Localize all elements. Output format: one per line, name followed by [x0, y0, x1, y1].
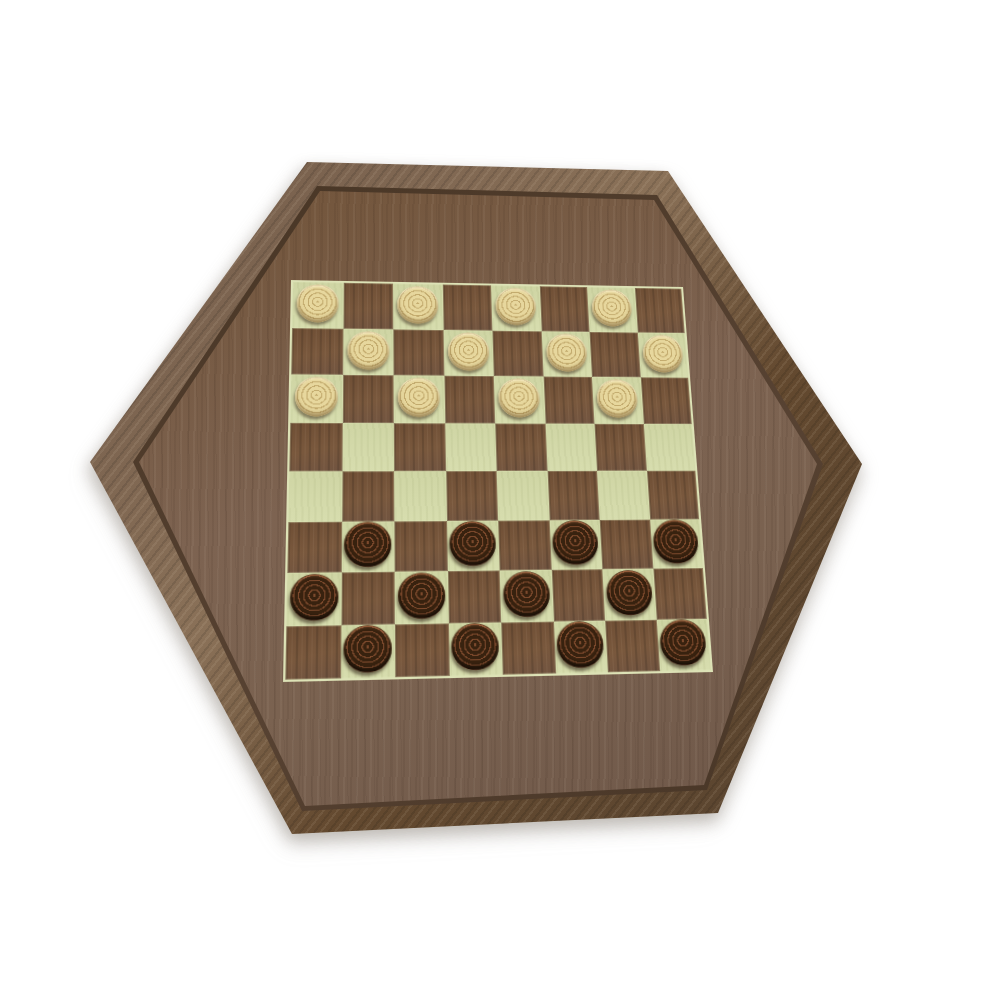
board-square[interactable] [342, 471, 395, 521]
board-square[interactable] [597, 471, 650, 520]
board-square[interactable] [594, 423, 646, 471]
board-square[interactable] [394, 375, 445, 423]
checker-piece-dark[interactable] [398, 572, 445, 618]
board-square[interactable] [446, 471, 498, 520]
board-square[interactable] [640, 377, 691, 423]
board-square[interactable] [646, 471, 699, 519]
board-square[interactable] [395, 571, 449, 624]
checker-piece-dark[interactable] [653, 520, 700, 564]
checker-piece-light[interactable] [448, 332, 490, 370]
checker-piece-light[interactable] [297, 285, 339, 323]
board-square[interactable] [289, 422, 342, 471]
board-square[interactable] [541, 331, 592, 377]
board-square[interactable] [288, 471, 342, 521]
board-square[interactable] [341, 624, 396, 679]
checker-piece-light[interactable] [398, 286, 439, 324]
board-square[interactable] [549, 519, 602, 569]
board-square[interactable] [587, 287, 637, 332]
board-square[interactable] [442, 285, 492, 331]
checker-piece-dark[interactable] [450, 521, 497, 566]
board-square[interactable] [341, 521, 394, 573]
board-square[interactable] [341, 572, 395, 625]
hexagonal-table [0, 0, 1000, 1000]
board-square[interactable] [494, 376, 545, 423]
checker-piece-dark[interactable] [552, 521, 599, 565]
board-square[interactable] [539, 286, 589, 331]
board-square[interactable] [553, 620, 607, 673]
board-square[interactable] [343, 328, 394, 375]
checker-piece-dark[interactable] [345, 522, 392, 567]
board-square[interactable] [643, 424, 695, 471]
board-square[interactable] [285, 625, 341, 680]
scene [0, 0, 1000, 1000]
checker-piece-light[interactable] [596, 380, 638, 418]
checker-piece-light[interactable] [546, 333, 588, 371]
board-square[interactable] [500, 570, 554, 622]
board-square[interactable] [444, 376, 495, 423]
checker-piece-dark[interactable] [290, 574, 338, 621]
checker-piece-dark[interactable] [557, 621, 605, 668]
board-square[interactable] [637, 332, 688, 378]
board-square[interactable] [600, 519, 653, 569]
board-square[interactable] [547, 471, 600, 520]
board-square[interactable] [343, 283, 393, 329]
checker-piece-light[interactable] [642, 335, 684, 372]
board-square[interactable] [447, 570, 501, 622]
board-square[interactable] [342, 423, 394, 472]
board-square[interactable] [602, 569, 656, 621]
board-square[interactable] [394, 471, 446, 521]
board-square[interactable] [286, 572, 341, 625]
checker-piece-light[interactable] [592, 290, 633, 327]
board-square[interactable] [605, 619, 660, 672]
checker-piece-light[interactable] [295, 377, 338, 416]
checker-piece-dark[interactable] [605, 570, 652, 615]
board-square[interactable] [342, 375, 393, 423]
checker-piece-dark[interactable] [344, 625, 392, 673]
checker-piece-dark[interactable] [503, 571, 550, 617]
checker-piece-light[interactable] [496, 288, 537, 325]
checker-piece-dark[interactable] [659, 620, 707, 666]
board-square[interactable] [445, 423, 497, 471]
board-square[interactable] [650, 519, 703, 569]
board-square[interactable] [394, 521, 447, 572]
board-square[interactable] [443, 330, 494, 377]
board-square[interactable] [495, 423, 547, 471]
board-square[interactable] [492, 330, 543, 376]
board-square[interactable] [543, 377, 594, 424]
board-square[interactable] [592, 377, 643, 424]
board-square[interactable] [634, 288, 684, 333]
board-square[interactable] [393, 329, 444, 376]
board-square[interactable] [498, 520, 551, 571]
checker-piece-light[interactable] [398, 378, 440, 417]
board-square[interactable] [545, 423, 597, 471]
board-square[interactable] [551, 569, 605, 621]
board-square[interactable] [393, 284, 443, 330]
checker-piece-dark[interactable] [452, 623, 500, 670]
board-square[interactable] [501, 621, 555, 675]
board-square[interactable] [656, 618, 711, 671]
checkerboard [283, 280, 713, 682]
board-square[interactable] [290, 374, 342, 422]
board-square[interactable] [447, 520, 500, 571]
board-square[interactable] [395, 623, 449, 677]
board-square[interactable] [653, 568, 707, 619]
board-square[interactable] [291, 328, 343, 375]
checker-piece-light[interactable] [347, 331, 389, 370]
board-square[interactable] [448, 622, 502, 676]
checker-piece-light[interactable] [498, 379, 540, 418]
board-square[interactable] [491, 285, 541, 330]
board-square[interactable] [394, 423, 446, 472]
board-square[interactable] [287, 521, 341, 573]
board-square[interactable] [590, 331, 641, 377]
board-square[interactable] [292, 282, 343, 328]
board-square[interactable] [497, 471, 550, 520]
